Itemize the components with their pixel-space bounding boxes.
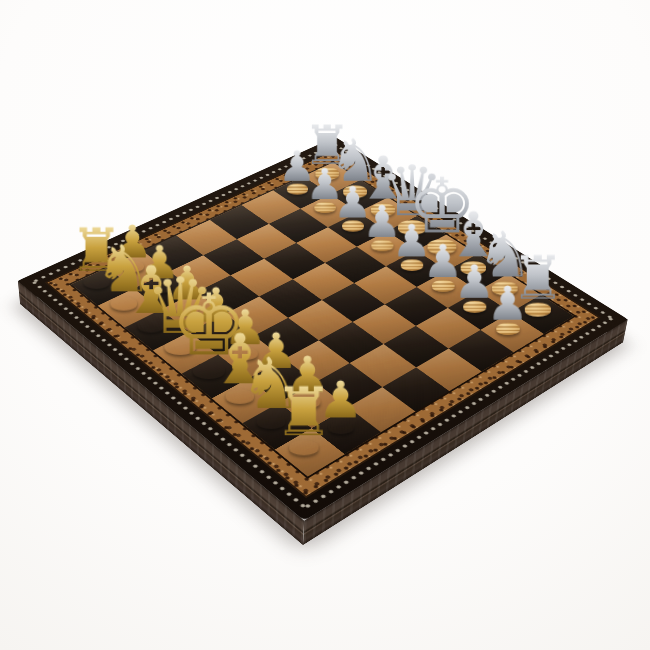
chess-set-scene: ♜♞♝♛♚♝♞♜♟♟♟♟♟♟♟♟♟♟♟♟♟♟♟♟♜♞♝♛♚♝♞♜ [0, 0, 650, 650]
piece-billboard: ♜ [270, 380, 337, 455]
chessboard: ♜♞♝♛♚♝♞♜♟♟♟♟♟♟♟♟♟♟♟♟♟♟♟♟♜♞♝♛♚♝♞♜ [69, 161, 577, 478]
piece-billboard: ♟ [477, 282, 538, 335]
rook-glyph: ♜ [274, 380, 335, 444]
turned-wood-base [496, 322, 519, 334]
product-photo-background: ♜♞♝♛♚♝♞♜♟♟♟♟♟♟♟♟♟♟♟♟♟♟♟♟♜♞♝♛♚♝♞♜ [0, 0, 650, 650]
pawn-glyph: ♟ [486, 282, 528, 327]
turned-wood-base [289, 439, 318, 455]
leather-chess-case: ♜♞♝♛♚♝♞♜♟♟♟♟♟♟♟♟♟♟♟♟♟♟♟♟♜♞♝♛♚♝♞♜ [18, 137, 628, 521]
